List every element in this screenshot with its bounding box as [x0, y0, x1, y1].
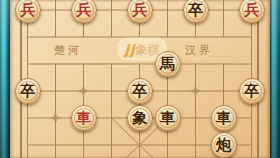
black-soldier[interactable]: 卒: [239, 78, 265, 104]
black-chariot[interactable]: 車: [211, 105, 237, 131]
black-horse[interactable]: 馬: [155, 51, 181, 77]
black-soldier[interactable]: 卒: [183, 0, 209, 23]
red-soldier-glyph: 兵: [76, 2, 91, 17]
river-watermark-right: 汉界: [185, 43, 213, 58]
red-chariot[interactable]: 車: [71, 105, 97, 131]
right-frame-band: [270, 0, 280, 158]
left-frame-band: [0, 0, 10, 158]
black-elephant[interactable]: 象: [127, 105, 153, 131]
red-soldier-glyph: 兵: [132, 2, 147, 17]
black-soldier-glyph: 卒: [132, 83, 147, 98]
point-marker: [190, 85, 202, 97]
black-elephant-glyph: 象: [132, 110, 147, 125]
red-soldier[interactable]: 兵: [239, 0, 265, 23]
black-soldier[interactable]: 卒: [127, 78, 153, 104]
black-cannon-glyph: 炮: [216, 137, 231, 152]
black-chariot-glyph: 車: [216, 110, 231, 125]
logo-name-text: 象棋: [135, 43, 159, 57]
black-cannon[interactable]: 炮: [211, 132, 237, 158]
point-marker: [78, 85, 90, 97]
game-screen: 楚河 汉界 jj象棋 兵兵兵卒兵馬卒卒卒車象車車炮: [0, 0, 280, 158]
red-chariot-glyph: 車: [76, 110, 91, 125]
black-soldier-glyph: 卒: [244, 83, 259, 98]
red-soldier-glyph: 兵: [244, 2, 259, 17]
black-soldier-glyph: 卒: [188, 2, 203, 17]
logo-jj-text: jj: [125, 42, 136, 57]
black-soldier[interactable]: 卒: [15, 78, 41, 104]
red-soldier[interactable]: 兵: [71, 0, 97, 23]
red-soldier[interactable]: 兵: [127, 0, 153, 23]
black-chariot[interactable]: 車: [155, 105, 181, 131]
black-soldier-glyph: 卒: [20, 83, 35, 98]
point-marker: [50, 112, 62, 124]
red-soldier-glyph: 兵: [20, 2, 35, 17]
river-watermark-left: 楚河: [54, 43, 82, 58]
xiangqi-board[interactable]: 楚河 汉界 jj象棋 兵兵兵卒兵馬卒卒卒車象車車炮: [10, 0, 270, 158]
black-chariot-glyph: 車: [160, 110, 175, 125]
black-horse-glyph: 馬: [160, 56, 175, 71]
red-soldier[interactable]: 兵: [15, 0, 41, 23]
